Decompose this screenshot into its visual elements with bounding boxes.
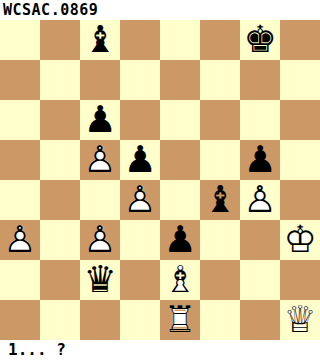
square-d8[interactable] bbox=[120, 20, 160, 60]
square-b1[interactable] bbox=[40, 300, 80, 340]
piece-black-pawn: ♟ bbox=[80, 100, 120, 140]
piece-black-bishop: ♝ bbox=[80, 20, 120, 60]
piece-black-bishop: ♝ bbox=[200, 180, 240, 220]
square-h5[interactable] bbox=[280, 140, 320, 180]
square-e8[interactable] bbox=[160, 20, 200, 60]
square-b6[interactable] bbox=[40, 100, 80, 140]
piece-white-pawn-outline: ♙ bbox=[80, 220, 120, 260]
square-h8[interactable] bbox=[280, 20, 320, 60]
square-c8[interactable]: ♝ bbox=[80, 20, 120, 60]
move-prompt: 1... ? bbox=[0, 340, 320, 360]
square-f6[interactable] bbox=[200, 100, 240, 140]
square-c1[interactable] bbox=[80, 300, 120, 340]
square-c7[interactable] bbox=[80, 60, 120, 100]
chess-board: ♝♚♟♟♙♟♟♟♙♝♟♙♟♙♟♙♟♚♔♛♝♗♜♖♛♕ bbox=[0, 20, 320, 340]
square-a6[interactable] bbox=[0, 100, 40, 140]
square-f2[interactable] bbox=[200, 260, 240, 300]
square-b4[interactable] bbox=[40, 180, 80, 220]
square-f8[interactable] bbox=[200, 20, 240, 60]
square-b5[interactable] bbox=[40, 140, 80, 180]
square-e5[interactable] bbox=[160, 140, 200, 180]
square-c6[interactable]: ♟ bbox=[80, 100, 120, 140]
piece-black-pawn: ♟ bbox=[240, 140, 280, 180]
puzzle-title: WCSAC.0869 bbox=[0, 0, 320, 20]
piece-white-pawn: ♟ bbox=[80, 220, 120, 260]
square-g4[interactable]: ♟♙ bbox=[240, 180, 280, 220]
square-c3[interactable]: ♟♙ bbox=[80, 220, 120, 260]
piece-white-pawn-outline: ♙ bbox=[240, 180, 280, 220]
square-f5[interactable] bbox=[200, 140, 240, 180]
piece-white-pawn: ♟ bbox=[120, 180, 160, 220]
square-a5[interactable] bbox=[0, 140, 40, 180]
square-d5[interactable]: ♟ bbox=[120, 140, 160, 180]
piece-white-king: ♚ bbox=[280, 220, 320, 260]
piece-black-pawn: ♟ bbox=[160, 220, 200, 260]
square-e1[interactable]: ♜♖ bbox=[160, 300, 200, 340]
square-b3[interactable] bbox=[40, 220, 80, 260]
square-f4[interactable]: ♝ bbox=[200, 180, 240, 220]
square-e2[interactable]: ♝♗ bbox=[160, 260, 200, 300]
piece-white-pawn: ♟ bbox=[80, 140, 120, 180]
piece-white-queen-outline: ♕ bbox=[280, 300, 320, 340]
square-f3[interactable] bbox=[200, 220, 240, 260]
square-d2[interactable] bbox=[120, 260, 160, 300]
piece-white-queen: ♛ bbox=[280, 300, 320, 340]
square-b8[interactable] bbox=[40, 20, 80, 60]
square-g6[interactable] bbox=[240, 100, 280, 140]
square-c2[interactable]: ♛ bbox=[80, 260, 120, 300]
piece-white-pawn-outline: ♙ bbox=[120, 180, 160, 220]
square-e7[interactable] bbox=[160, 60, 200, 100]
square-c4[interactable] bbox=[80, 180, 120, 220]
square-h4[interactable] bbox=[280, 180, 320, 220]
square-g5[interactable]: ♟ bbox=[240, 140, 280, 180]
piece-white-king-outline: ♔ bbox=[280, 220, 320, 260]
square-a4[interactable] bbox=[0, 180, 40, 220]
square-h7[interactable] bbox=[280, 60, 320, 100]
piece-white-pawn: ♟ bbox=[0, 220, 40, 260]
square-a3[interactable]: ♟♙ bbox=[0, 220, 40, 260]
square-b7[interactable] bbox=[40, 60, 80, 100]
square-d1[interactable] bbox=[120, 300, 160, 340]
square-a7[interactable] bbox=[0, 60, 40, 100]
piece-black-pawn: ♟ bbox=[120, 140, 160, 180]
square-g2[interactable] bbox=[240, 260, 280, 300]
square-a8[interactable] bbox=[0, 20, 40, 60]
chess-puzzle-window: WCSAC.0869 ♝♚♟♟♙♟♟♟♙♝♟♙♟♙♟♙♟♚♔♛♝♗♜♖♛♕ 1.… bbox=[0, 0, 320, 360]
square-h6[interactable] bbox=[280, 100, 320, 140]
square-d4[interactable]: ♟♙ bbox=[120, 180, 160, 220]
piece-white-pawn-outline: ♙ bbox=[80, 140, 120, 180]
square-e3[interactable]: ♟ bbox=[160, 220, 200, 260]
square-g3[interactable] bbox=[240, 220, 280, 260]
square-h1[interactable]: ♛♕ bbox=[280, 300, 320, 340]
square-g1[interactable] bbox=[240, 300, 280, 340]
square-a2[interactable] bbox=[0, 260, 40, 300]
square-h3[interactable]: ♚♔ bbox=[280, 220, 320, 260]
square-d6[interactable] bbox=[120, 100, 160, 140]
square-e4[interactable] bbox=[160, 180, 200, 220]
square-f7[interactable] bbox=[200, 60, 240, 100]
piece-white-bishop: ♝ bbox=[160, 260, 200, 300]
square-g8[interactable]: ♚ bbox=[240, 20, 280, 60]
square-c5[interactable]: ♟♙ bbox=[80, 140, 120, 180]
piece-black-queen: ♛ bbox=[80, 260, 120, 300]
piece-black-king: ♚ bbox=[240, 20, 280, 60]
piece-white-bishop-outline: ♗ bbox=[160, 260, 200, 300]
piece-white-rook: ♜ bbox=[160, 300, 200, 340]
square-d3[interactable] bbox=[120, 220, 160, 260]
square-f1[interactable] bbox=[200, 300, 240, 340]
square-d7[interactable] bbox=[120, 60, 160, 100]
piece-white-rook-outline: ♖ bbox=[160, 300, 200, 340]
square-a1[interactable] bbox=[0, 300, 40, 340]
piece-white-pawn-outline: ♙ bbox=[0, 220, 40, 260]
square-b2[interactable] bbox=[40, 260, 80, 300]
piece-white-pawn: ♟ bbox=[240, 180, 280, 220]
square-e6[interactable] bbox=[160, 100, 200, 140]
square-g7[interactable] bbox=[240, 60, 280, 100]
square-h2[interactable] bbox=[280, 260, 320, 300]
